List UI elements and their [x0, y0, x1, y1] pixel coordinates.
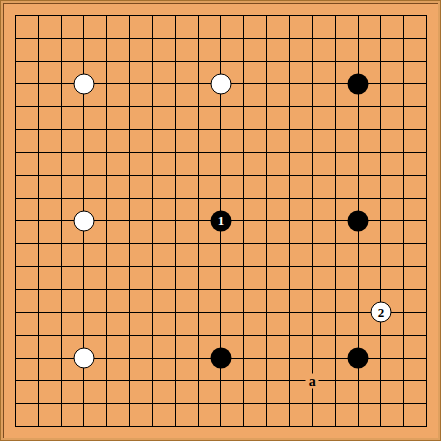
intersection-H12[interactable]: [164, 164, 187, 187]
intersection-N1[interactable]: [278, 415, 301, 438]
intersection-F14[interactable]: [118, 118, 141, 141]
intersection-L5[interactable]: [232, 324, 255, 347]
intersection-G15[interactable]: [141, 95, 164, 118]
intersection-J17[interactable]: [187, 50, 210, 73]
intersection-K15[interactable]: [210, 95, 233, 118]
intersection-Q12[interactable]: [347, 164, 370, 187]
intersection-O1[interactable]: [301, 415, 324, 438]
intersection-L17[interactable]: [232, 50, 255, 73]
intersection-Q6[interactable]: [347, 301, 370, 324]
intersection-N10[interactable]: [278, 210, 301, 233]
intersection-H13[interactable]: [164, 141, 187, 164]
intersection-P12[interactable]: [324, 164, 347, 187]
intersection-T3[interactable]: [415, 369, 438, 392]
intersection-J16[interactable]: [187, 73, 210, 96]
intersection-P9[interactable]: [324, 232, 347, 255]
intersection-N6[interactable]: [278, 301, 301, 324]
intersection-N12[interactable]: [278, 164, 301, 187]
intersection-A14[interactable]: [4, 118, 27, 141]
intersection-H17[interactable]: [164, 50, 187, 73]
intersection-D13[interactable]: [73, 141, 96, 164]
intersection-F7[interactable]: [118, 278, 141, 301]
intersection-H16[interactable]: [164, 73, 187, 96]
intersection-M12[interactable]: [255, 164, 278, 187]
intersection-G13[interactable]: [141, 141, 164, 164]
intersection-F16[interactable]: [118, 73, 141, 96]
intersection-A1[interactable]: [4, 415, 27, 438]
intersection-G11[interactable]: [141, 187, 164, 210]
intersection-K5[interactable]: [210, 324, 233, 347]
intersection-C6[interactable]: [50, 301, 73, 324]
intersection-G5[interactable]: [141, 324, 164, 347]
intersection-Q9[interactable]: [347, 232, 370, 255]
intersection-L9[interactable]: [232, 232, 255, 255]
intersection-F18[interactable]: [118, 27, 141, 50]
intersection-N16[interactable]: [278, 73, 301, 96]
intersection-O7[interactable]: [301, 278, 324, 301]
intersection-C2[interactable]: [50, 392, 73, 415]
intersection-A18[interactable]: [4, 27, 27, 50]
intersection-M3[interactable]: [255, 369, 278, 392]
intersection-Q16[interactable]: [347, 73, 370, 96]
intersection-N2[interactable]: [278, 392, 301, 415]
intersection-O16[interactable]: [301, 73, 324, 96]
intersection-J19[interactable]: [187, 4, 210, 27]
intersection-C1[interactable]: [50, 415, 73, 438]
intersection-L12[interactable]: [232, 164, 255, 187]
intersection-K17[interactable]: [210, 50, 233, 73]
intersection-F13[interactable]: [118, 141, 141, 164]
intersection-A3[interactable]: [4, 369, 27, 392]
intersection-N7[interactable]: [278, 278, 301, 301]
intersection-C7[interactable]: [50, 278, 73, 301]
intersection-F11[interactable]: [118, 187, 141, 210]
intersection-P14[interactable]: [324, 118, 347, 141]
intersection-C15[interactable]: [50, 95, 73, 118]
intersection-C8[interactable]: [50, 255, 73, 278]
intersection-R4[interactable]: [369, 347, 392, 370]
intersection-R13[interactable]: [369, 141, 392, 164]
intersection-H19[interactable]: [164, 4, 187, 27]
intersection-S1[interactable]: [392, 415, 415, 438]
intersection-O9[interactable]: [301, 232, 324, 255]
intersection-J10[interactable]: [187, 210, 210, 233]
intersection-C13[interactable]: [50, 141, 73, 164]
intersection-G10[interactable]: [141, 210, 164, 233]
intersection-L3[interactable]: [232, 369, 255, 392]
intersection-P7[interactable]: [324, 278, 347, 301]
intersection-B4[interactable]: [27, 347, 50, 370]
intersection-J8[interactable]: [187, 255, 210, 278]
intersection-L8[interactable]: [232, 255, 255, 278]
intersection-F5[interactable]: [118, 324, 141, 347]
intersection-N4[interactable]: [278, 347, 301, 370]
intersection-L4[interactable]: [232, 347, 255, 370]
intersection-J4[interactable]: [187, 347, 210, 370]
intersection-H3[interactable]: [164, 369, 187, 392]
intersection-O3[interactable]: a: [301, 369, 324, 392]
intersection-A10[interactable]: [4, 210, 27, 233]
intersection-G6[interactable]: [141, 301, 164, 324]
intersection-T7[interactable]: [415, 278, 438, 301]
intersection-B19[interactable]: [27, 4, 50, 27]
intersection-P17[interactable]: [324, 50, 347, 73]
intersection-F19[interactable]: [118, 4, 141, 27]
intersection-M9[interactable]: [255, 232, 278, 255]
intersection-F9[interactable]: [118, 232, 141, 255]
intersection-B18[interactable]: [27, 27, 50, 50]
intersection-D3[interactable]: [73, 369, 96, 392]
intersection-E12[interactable]: [95, 164, 118, 187]
intersection-H8[interactable]: [164, 255, 187, 278]
intersection-O19[interactable]: [301, 4, 324, 27]
intersection-H9[interactable]: [164, 232, 187, 255]
intersection-S17[interactable]: [392, 50, 415, 73]
intersection-D16[interactable]: [73, 73, 96, 96]
intersection-B2[interactable]: [27, 392, 50, 415]
intersection-A8[interactable]: [4, 255, 27, 278]
intersection-R16[interactable]: [369, 73, 392, 96]
intersection-M6[interactable]: [255, 301, 278, 324]
intersection-S19[interactable]: [392, 4, 415, 27]
intersection-T6[interactable]: [415, 301, 438, 324]
intersection-Q8[interactable]: [347, 255, 370, 278]
intersection-R8[interactable]: [369, 255, 392, 278]
intersection-H15[interactable]: [164, 95, 187, 118]
intersection-O10[interactable]: [301, 210, 324, 233]
intersection-S12[interactable]: [392, 164, 415, 187]
intersection-O11[interactable]: [301, 187, 324, 210]
intersection-D6[interactable]: [73, 301, 96, 324]
intersection-J13[interactable]: [187, 141, 210, 164]
intersection-T17[interactable]: [415, 50, 438, 73]
intersection-L15[interactable]: [232, 95, 255, 118]
intersection-T2[interactable]: [415, 392, 438, 415]
intersection-E6[interactable]: [95, 301, 118, 324]
intersection-T12[interactable]: [415, 164, 438, 187]
intersection-Q7[interactable]: [347, 278, 370, 301]
intersection-O13[interactable]: [301, 141, 324, 164]
intersection-J9[interactable]: [187, 232, 210, 255]
intersection-F1[interactable]: [118, 415, 141, 438]
intersection-E7[interactable]: [95, 278, 118, 301]
intersection-B17[interactable]: [27, 50, 50, 73]
intersection-N17[interactable]: [278, 50, 301, 73]
intersection-R7[interactable]: [369, 278, 392, 301]
intersection-F10[interactable]: [118, 210, 141, 233]
intersection-F8[interactable]: [118, 255, 141, 278]
intersection-J6[interactable]: [187, 301, 210, 324]
intersection-Q2[interactable]: [347, 392, 370, 415]
intersection-B6[interactable]: [27, 301, 50, 324]
intersection-P6[interactable]: [324, 301, 347, 324]
intersection-C11[interactable]: [50, 187, 73, 210]
intersection-T9[interactable]: [415, 232, 438, 255]
intersection-G4[interactable]: [141, 347, 164, 370]
intersection-M5[interactable]: [255, 324, 278, 347]
intersection-D18[interactable]: [73, 27, 96, 50]
intersection-E11[interactable]: [95, 187, 118, 210]
intersection-R9[interactable]: [369, 232, 392, 255]
intersection-K9[interactable]: [210, 232, 233, 255]
intersection-D1[interactable]: [73, 415, 96, 438]
intersection-T13[interactable]: [415, 141, 438, 164]
intersection-S7[interactable]: [392, 278, 415, 301]
intersection-E5[interactable]: [95, 324, 118, 347]
intersection-Q17[interactable]: [347, 50, 370, 73]
intersection-K14[interactable]: [210, 118, 233, 141]
intersection-A6[interactable]: [4, 301, 27, 324]
intersection-G2[interactable]: [141, 392, 164, 415]
intersection-J2[interactable]: [187, 392, 210, 415]
intersection-O2[interactable]: [301, 392, 324, 415]
intersection-G18[interactable]: [141, 27, 164, 50]
intersection-B5[interactable]: [27, 324, 50, 347]
intersection-P1[interactable]: [324, 415, 347, 438]
intersection-A11[interactable]: [4, 187, 27, 210]
intersection-T11[interactable]: [415, 187, 438, 210]
intersection-B7[interactable]: [27, 278, 50, 301]
intersection-O4[interactable]: [301, 347, 324, 370]
intersection-L6[interactable]: [232, 301, 255, 324]
intersection-L14[interactable]: [232, 118, 255, 141]
intersection-B11[interactable]: [27, 187, 50, 210]
intersection-L10[interactable]: [232, 210, 255, 233]
intersection-K18[interactable]: [210, 27, 233, 50]
intersection-D4[interactable]: [73, 347, 96, 370]
intersection-B9[interactable]: [27, 232, 50, 255]
intersection-B1[interactable]: [27, 415, 50, 438]
intersection-J14[interactable]: [187, 118, 210, 141]
intersection-K6[interactable]: [210, 301, 233, 324]
intersection-A16[interactable]: [4, 73, 27, 96]
intersection-H14[interactable]: [164, 118, 187, 141]
intersection-O8[interactable]: [301, 255, 324, 278]
intersection-L18[interactable]: [232, 27, 255, 50]
intersection-Q1[interactable]: [347, 415, 370, 438]
intersection-S9[interactable]: [392, 232, 415, 255]
intersection-C3[interactable]: [50, 369, 73, 392]
intersection-G1[interactable]: [141, 415, 164, 438]
intersection-S6[interactable]: [392, 301, 415, 324]
intersection-N15[interactable]: [278, 95, 301, 118]
intersection-O17[interactable]: [301, 50, 324, 73]
intersection-O18[interactable]: [301, 27, 324, 50]
intersection-N18[interactable]: [278, 27, 301, 50]
intersection-B10[interactable]: [27, 210, 50, 233]
intersection-T16[interactable]: [415, 73, 438, 96]
intersection-K16[interactable]: [210, 73, 233, 96]
intersection-M16[interactable]: [255, 73, 278, 96]
intersection-D8[interactable]: [73, 255, 96, 278]
intersection-D11[interactable]: [73, 187, 96, 210]
intersection-B8[interactable]: [27, 255, 50, 278]
intersection-N9[interactable]: [278, 232, 301, 255]
intersection-N8[interactable]: [278, 255, 301, 278]
intersection-H18[interactable]: [164, 27, 187, 50]
intersection-R5[interactable]: [369, 324, 392, 347]
intersection-D14[interactable]: [73, 118, 96, 141]
intersection-M13[interactable]: [255, 141, 278, 164]
intersection-T8[interactable]: [415, 255, 438, 278]
intersection-T4[interactable]: [415, 347, 438, 370]
intersection-J11[interactable]: [187, 187, 210, 210]
intersection-O6[interactable]: [301, 301, 324, 324]
intersection-Q15[interactable]: [347, 95, 370, 118]
intersection-L19[interactable]: [232, 4, 255, 27]
intersection-E9[interactable]: [95, 232, 118, 255]
intersection-L7[interactable]: [232, 278, 255, 301]
intersection-A12[interactable]: [4, 164, 27, 187]
intersection-K13[interactable]: [210, 141, 233, 164]
intersection-R14[interactable]: [369, 118, 392, 141]
intersection-H7[interactable]: [164, 278, 187, 301]
intersection-C12[interactable]: [50, 164, 73, 187]
intersection-J15[interactable]: [187, 95, 210, 118]
intersection-M2[interactable]: [255, 392, 278, 415]
intersection-E3[interactable]: [95, 369, 118, 392]
intersection-D15[interactable]: [73, 95, 96, 118]
intersection-P4[interactable]: [324, 347, 347, 370]
intersection-H11[interactable]: [164, 187, 187, 210]
intersection-F17[interactable]: [118, 50, 141, 73]
intersection-H6[interactable]: [164, 301, 187, 324]
intersection-L16[interactable]: [232, 73, 255, 96]
intersection-R1[interactable]: [369, 415, 392, 438]
intersection-C18[interactable]: [50, 27, 73, 50]
intersection-O12[interactable]: [301, 164, 324, 187]
intersection-C19[interactable]: [50, 4, 73, 27]
intersection-P5[interactable]: [324, 324, 347, 347]
intersection-J5[interactable]: [187, 324, 210, 347]
intersection-J12[interactable]: [187, 164, 210, 187]
intersection-E4[interactable]: [95, 347, 118, 370]
intersection-P18[interactable]: [324, 27, 347, 50]
intersection-K12[interactable]: [210, 164, 233, 187]
intersection-K8[interactable]: [210, 255, 233, 278]
intersection-A13[interactable]: [4, 141, 27, 164]
intersection-L1[interactable]: [232, 415, 255, 438]
intersection-T10[interactable]: [415, 210, 438, 233]
intersection-E17[interactable]: [95, 50, 118, 73]
intersection-G9[interactable]: [141, 232, 164, 255]
intersection-R18[interactable]: [369, 27, 392, 50]
intersection-S4[interactable]: [392, 347, 415, 370]
intersection-K3[interactable]: [210, 369, 233, 392]
intersection-N14[interactable]: [278, 118, 301, 141]
intersection-C9[interactable]: [50, 232, 73, 255]
intersection-Q19[interactable]: [347, 4, 370, 27]
intersection-M17[interactable]: [255, 50, 278, 73]
intersection-K2[interactable]: [210, 392, 233, 415]
intersection-S5[interactable]: [392, 324, 415, 347]
intersection-R17[interactable]: [369, 50, 392, 73]
intersection-C4[interactable]: [50, 347, 73, 370]
intersection-T14[interactable]: [415, 118, 438, 141]
intersection-E8[interactable]: [95, 255, 118, 278]
intersection-N13[interactable]: [278, 141, 301, 164]
intersection-M19[interactable]: [255, 4, 278, 27]
intersection-B15[interactable]: [27, 95, 50, 118]
intersection-R11[interactable]: [369, 187, 392, 210]
intersection-G12[interactable]: [141, 164, 164, 187]
intersection-E10[interactable]: [95, 210, 118, 233]
intersection-Q11[interactable]: [347, 187, 370, 210]
intersection-G14[interactable]: [141, 118, 164, 141]
intersection-F2[interactable]: [118, 392, 141, 415]
intersection-P11[interactable]: [324, 187, 347, 210]
intersection-C16[interactable]: [50, 73, 73, 96]
intersection-T18[interactable]: [415, 27, 438, 50]
intersection-K7[interactable]: [210, 278, 233, 301]
intersection-C5[interactable]: [50, 324, 73, 347]
intersection-O5[interactable]: [301, 324, 324, 347]
intersection-M7[interactable]: [255, 278, 278, 301]
intersection-M18[interactable]: [255, 27, 278, 50]
intersection-S18[interactable]: [392, 27, 415, 50]
intersection-H5[interactable]: [164, 324, 187, 347]
intersection-S14[interactable]: [392, 118, 415, 141]
intersection-R15[interactable]: [369, 95, 392, 118]
intersection-N3[interactable]: [278, 369, 301, 392]
intersection-G19[interactable]: [141, 4, 164, 27]
intersection-E14[interactable]: [95, 118, 118, 141]
intersection-E1[interactable]: [95, 415, 118, 438]
intersection-J1[interactable]: [187, 415, 210, 438]
intersection-R12[interactable]: [369, 164, 392, 187]
intersection-D12[interactable]: [73, 164, 96, 187]
intersection-E2[interactable]: [95, 392, 118, 415]
intersection-Q14[interactable]: [347, 118, 370, 141]
intersection-E15[interactable]: [95, 95, 118, 118]
intersection-P2[interactable]: [324, 392, 347, 415]
intersection-K10[interactable]: 1: [210, 210, 233, 233]
intersection-S2[interactable]: [392, 392, 415, 415]
intersection-P13[interactable]: [324, 141, 347, 164]
intersection-P16[interactable]: [324, 73, 347, 96]
intersection-M11[interactable]: [255, 187, 278, 210]
intersection-J3[interactable]: [187, 369, 210, 392]
intersection-C17[interactable]: [50, 50, 73, 73]
intersection-B16[interactable]: [27, 73, 50, 96]
intersection-E18[interactable]: [95, 27, 118, 50]
intersection-D17[interactable]: [73, 50, 96, 73]
intersection-E13[interactable]: [95, 141, 118, 164]
intersection-G3[interactable]: [141, 369, 164, 392]
intersection-Q13[interactable]: [347, 141, 370, 164]
intersection-H4[interactable]: [164, 347, 187, 370]
intersection-G16[interactable]: [141, 73, 164, 96]
intersection-R10[interactable]: [369, 210, 392, 233]
intersection-K11[interactable]: [210, 187, 233, 210]
intersection-C10[interactable]: [50, 210, 73, 233]
intersection-Q3[interactable]: [347, 369, 370, 392]
intersection-M15[interactable]: [255, 95, 278, 118]
intersection-R19[interactable]: [369, 4, 392, 27]
intersection-Q10[interactable]: [347, 210, 370, 233]
intersection-B12[interactable]: [27, 164, 50, 187]
intersection-E19[interactable]: [95, 4, 118, 27]
intersection-A4[interactable]: [4, 347, 27, 370]
intersection-S11[interactable]: [392, 187, 415, 210]
intersection-P10[interactable]: [324, 210, 347, 233]
intersection-B14[interactable]: [27, 118, 50, 141]
intersection-K19[interactable]: [210, 4, 233, 27]
intersection-R6[interactable]: 2: [369, 301, 392, 324]
intersection-Q4[interactable]: [347, 347, 370, 370]
intersection-H1[interactable]: [164, 415, 187, 438]
intersection-R3[interactable]: [369, 369, 392, 392]
